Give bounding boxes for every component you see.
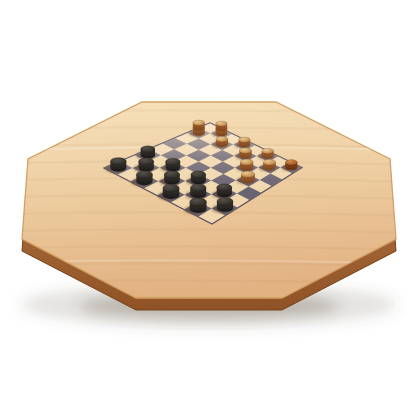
checkers-table-scene <box>0 0 416 416</box>
scene-svg <box>0 0 416 416</box>
